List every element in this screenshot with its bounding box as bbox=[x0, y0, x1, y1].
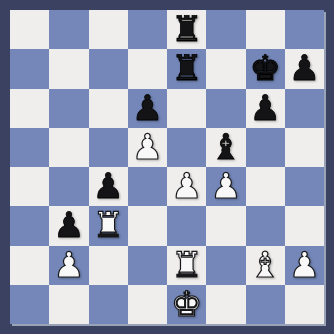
square-h8[interactable] bbox=[285, 10, 324, 49]
square-f6[interactable] bbox=[206, 89, 245, 128]
square-h1[interactable] bbox=[285, 285, 324, 324]
square-d2[interactable] bbox=[128, 246, 167, 285]
square-g6[interactable]: ♟ bbox=[246, 89, 285, 128]
square-h4[interactable] bbox=[285, 167, 324, 206]
square-h3[interactable] bbox=[285, 206, 324, 245]
square-b5[interactable] bbox=[49, 128, 88, 167]
square-e8[interactable]: ♜ bbox=[167, 10, 206, 49]
black-king-g7: ♚ bbox=[249, 49, 280, 88]
square-f1[interactable] bbox=[206, 285, 245, 324]
square-a1[interactable] bbox=[10, 285, 49, 324]
square-g7[interactable]: ♚ bbox=[246, 49, 285, 88]
square-b3[interactable]: ♟ bbox=[49, 206, 88, 245]
square-f5[interactable]: ♝ bbox=[206, 128, 245, 167]
square-e7[interactable]: ♜ bbox=[167, 49, 206, 88]
square-a8[interactable] bbox=[10, 10, 49, 49]
white-pawn-h2: ♟ bbox=[289, 246, 320, 285]
square-d4[interactable] bbox=[128, 167, 167, 206]
square-d7[interactable] bbox=[128, 49, 167, 88]
chess-board-frame: ♜♜♚♟♟♟♟♝♟♟♟♟♜♟♜♝♟♚ bbox=[0, 0, 334, 334]
square-b6[interactable] bbox=[49, 89, 88, 128]
black-bishop-f5: ♝ bbox=[210, 128, 241, 167]
white-pawn-e4: ♟ bbox=[171, 167, 202, 206]
white-king-e1: ♚ bbox=[171, 285, 202, 324]
square-f7[interactable] bbox=[206, 49, 245, 88]
square-a5[interactable] bbox=[10, 128, 49, 167]
square-g8[interactable] bbox=[246, 10, 285, 49]
square-e6[interactable] bbox=[167, 89, 206, 128]
square-c1[interactable] bbox=[89, 285, 128, 324]
square-d8[interactable] bbox=[128, 10, 167, 49]
square-g4[interactable] bbox=[246, 167, 285, 206]
square-f4[interactable]: ♟ bbox=[206, 167, 245, 206]
square-b4[interactable] bbox=[49, 167, 88, 206]
black-pawn-c4: ♟ bbox=[92, 167, 123, 206]
square-c4[interactable]: ♟ bbox=[89, 167, 128, 206]
black-rook-e8: ♜ bbox=[171, 10, 202, 49]
square-a7[interactable] bbox=[10, 49, 49, 88]
black-pawn-h7: ♟ bbox=[289, 49, 320, 88]
square-c2[interactable] bbox=[89, 246, 128, 285]
square-e1[interactable]: ♚ bbox=[167, 285, 206, 324]
square-g5[interactable] bbox=[246, 128, 285, 167]
square-h2[interactable]: ♟ bbox=[285, 246, 324, 285]
square-c6[interactable] bbox=[89, 89, 128, 128]
square-a6[interactable] bbox=[10, 89, 49, 128]
white-bishop-g2: ♝ bbox=[249, 246, 280, 285]
white-rook-e2: ♜ bbox=[171, 246, 202, 285]
square-c8[interactable] bbox=[89, 10, 128, 49]
black-pawn-b3: ♟ bbox=[53, 206, 84, 245]
chess-board: ♜♜♚♟♟♟♟♝♟♟♟♟♜♟♜♝♟♚ bbox=[10, 10, 324, 324]
square-h6[interactable] bbox=[285, 89, 324, 128]
square-f8[interactable] bbox=[206, 10, 245, 49]
square-c7[interactable] bbox=[89, 49, 128, 88]
white-rook-c3: ♜ bbox=[92, 206, 123, 245]
square-d5[interactable]: ♟ bbox=[128, 128, 167, 167]
square-a2[interactable] bbox=[10, 246, 49, 285]
white-pawn-f4: ♟ bbox=[210, 167, 241, 206]
square-e5[interactable] bbox=[167, 128, 206, 167]
square-h5[interactable] bbox=[285, 128, 324, 167]
white-pawn-b2: ♟ bbox=[53, 246, 84, 285]
square-b8[interactable] bbox=[49, 10, 88, 49]
square-d3[interactable] bbox=[128, 206, 167, 245]
square-e3[interactable] bbox=[167, 206, 206, 245]
square-g3[interactable] bbox=[246, 206, 285, 245]
square-c5[interactable] bbox=[89, 128, 128, 167]
square-b7[interactable] bbox=[49, 49, 88, 88]
square-f3[interactable] bbox=[206, 206, 245, 245]
square-d1[interactable] bbox=[128, 285, 167, 324]
black-rook-e7: ♜ bbox=[171, 49, 202, 88]
square-b2[interactable]: ♟ bbox=[49, 246, 88, 285]
square-c3[interactable]: ♜ bbox=[89, 206, 128, 245]
square-e4[interactable]: ♟ bbox=[167, 167, 206, 206]
square-e2[interactable]: ♜ bbox=[167, 246, 206, 285]
white-pawn-d5: ♟ bbox=[132, 128, 163, 167]
square-f2[interactable] bbox=[206, 246, 245, 285]
black-pawn-d6: ♟ bbox=[132, 89, 163, 128]
square-a3[interactable] bbox=[10, 206, 49, 245]
square-a4[interactable] bbox=[10, 167, 49, 206]
black-pawn-g6: ♟ bbox=[249, 89, 280, 128]
square-d6[interactable]: ♟ bbox=[128, 89, 167, 128]
square-b1[interactable] bbox=[49, 285, 88, 324]
square-h7[interactable]: ♟ bbox=[285, 49, 324, 88]
square-g2[interactable]: ♝ bbox=[246, 246, 285, 285]
square-g1[interactable] bbox=[246, 285, 285, 324]
